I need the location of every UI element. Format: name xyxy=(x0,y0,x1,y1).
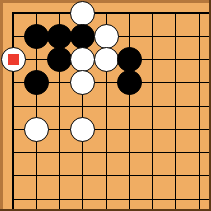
grid-line-vertical xyxy=(152,12,153,211)
white-stone xyxy=(94,24,119,49)
white-stone xyxy=(94,47,119,72)
black-stone xyxy=(47,47,72,72)
grid-line-vertical xyxy=(12,12,14,211)
board-frame-bottom xyxy=(0,209,211,211)
board-frame-right xyxy=(209,0,211,211)
black-stone xyxy=(47,24,72,49)
board-frame-left xyxy=(0,0,3,211)
black-stone xyxy=(117,47,142,72)
grid-line-horizontal xyxy=(12,106,211,107)
white-stone xyxy=(70,117,95,142)
marked-white-stone xyxy=(1,47,26,72)
black-stone xyxy=(24,70,49,95)
grid-line-horizontal xyxy=(12,152,211,153)
grid-line-horizontal xyxy=(12,175,211,176)
black-stone xyxy=(117,70,142,95)
black-stone xyxy=(70,24,95,49)
grid-line-vertical xyxy=(199,12,200,211)
red-square-mark xyxy=(8,54,19,65)
board-frame-top xyxy=(0,0,211,3)
white-stone xyxy=(70,1,95,26)
grid-line-horizontal xyxy=(12,199,211,200)
grid-line-vertical xyxy=(129,12,130,211)
grid-line-vertical xyxy=(175,12,176,211)
go-board-diagram xyxy=(0,0,211,211)
white-stone xyxy=(24,117,49,142)
black-stone xyxy=(24,24,49,49)
grid-line-horizontal xyxy=(12,12,211,14)
